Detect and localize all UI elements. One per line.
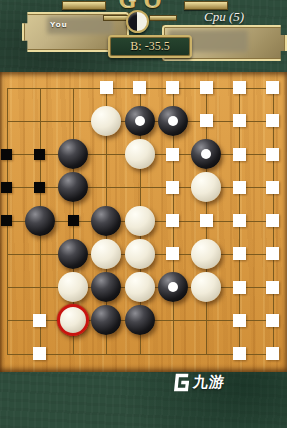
- intersection-H2[interactable]: [223, 304, 256, 337]
- intersection-A4[interactable]: [0, 237, 23, 270]
- intersection-C7[interactable]: [57, 138, 90, 171]
- intersection-J1[interactable]: [256, 337, 287, 370]
- intersection-E1[interactable]: [123, 337, 156, 370]
- intersection-F1[interactable]: [156, 337, 189, 370]
- intersection-A8[interactable]: [0, 104, 23, 137]
- black-territory-marker: [34, 149, 45, 160]
- intersection-C4[interactable]: [57, 237, 90, 270]
- black-stone: [58, 172, 88, 202]
- white-territory-marker: [166, 214, 179, 227]
- black-territory-marker: [68, 215, 79, 226]
- intersection-F3[interactable]: [156, 271, 189, 304]
- intersection-B9[interactable]: [23, 71, 56, 104]
- white-territory-marker: [233, 214, 246, 227]
- intersection-C3[interactable]: [57, 271, 90, 304]
- intersection-A1[interactable]: [0, 337, 23, 370]
- intersection-E4[interactable]: [123, 237, 156, 270]
- white-territory-marker: [33, 314, 46, 327]
- intersection-G9[interactable]: [190, 71, 223, 104]
- intersection-J4[interactable]: [256, 237, 287, 270]
- intersection-A7[interactable]: [0, 138, 23, 171]
- white-territory-marker: [233, 181, 246, 194]
- intersection-D8[interactable]: [90, 104, 123, 137]
- intersection-A5[interactable]: [0, 204, 23, 237]
- intersection-C9[interactable]: [57, 71, 90, 104]
- white-territory-marker: [166, 148, 179, 161]
- intersection-J8[interactable]: [256, 104, 287, 137]
- intersection-B7[interactable]: [23, 138, 56, 171]
- intersection-H6[interactable]: [223, 171, 256, 204]
- intersection-B3[interactable]: [23, 271, 56, 304]
- intersection-A9[interactable]: [0, 71, 23, 104]
- board-grid: [0, 71, 287, 370]
- player-white-name: Cpu (5): [204, 9, 244, 25]
- intersection-D9[interactable]: [90, 71, 123, 104]
- dead-stone-dot-icon: [168, 116, 178, 126]
- dead-black-stone: [125, 106, 155, 136]
- white-territory-marker: [266, 214, 279, 227]
- intersection-J9[interactable]: [256, 71, 287, 104]
- intersection-G5[interactable]: [190, 204, 223, 237]
- intersection-B1[interactable]: [23, 337, 56, 370]
- intersection-G6[interactable]: [190, 171, 223, 204]
- dead-stone-dot-icon: [135, 116, 145, 126]
- intersection-G7[interactable]: [190, 138, 223, 171]
- dead-black-stone: [158, 106, 188, 136]
- intersection-C2[interactable]: [57, 304, 90, 337]
- intersection-E8[interactable]: [123, 104, 156, 137]
- footer: 九游: [0, 372, 287, 428]
- white-stone-last-move: [57, 304, 89, 336]
- white-stone: [191, 172, 221, 202]
- black-stone: [58, 139, 88, 169]
- white-territory-marker: [233, 148, 246, 161]
- white-territory-marker: [266, 314, 279, 327]
- jiuyou-logo-icon: [171, 373, 190, 392]
- player-black-name: You: [50, 20, 68, 29]
- white-territory-marker: [266, 81, 279, 94]
- intersection-F5[interactable]: [156, 204, 189, 237]
- black-stone: [25, 206, 55, 236]
- white-stone: [125, 206, 155, 236]
- intersection-H9[interactable]: [223, 71, 256, 104]
- intersection-E5[interactable]: [123, 204, 156, 237]
- jiuyou-brand: 九游: [171, 373, 226, 392]
- intersection-G1[interactable]: [190, 337, 223, 370]
- intersection-B2[interactable]: [23, 304, 56, 337]
- black-territory-marker: [1, 149, 12, 160]
- white-territory-marker: [100, 81, 113, 94]
- white-territory-marker: [266, 347, 279, 360]
- white-territory-marker: [33, 347, 46, 360]
- white-territory-marker: [200, 81, 213, 94]
- intersection-J2[interactable]: [256, 304, 287, 337]
- intersection-H8[interactable]: [223, 104, 256, 137]
- white-territory-marker: [166, 81, 179, 94]
- intersection-F6[interactable]: [156, 171, 189, 204]
- intersection-A6[interactable]: [0, 171, 23, 204]
- intersection-A3[interactable]: [0, 271, 23, 304]
- intersection-D6[interactable]: [90, 171, 123, 204]
- intersection-G4[interactable]: [190, 237, 223, 270]
- intersection-G8[interactable]: [190, 104, 223, 137]
- intersection-E7[interactable]: [123, 138, 156, 171]
- intersection-D1[interactable]: [90, 337, 123, 370]
- black-territory-marker: [34, 182, 45, 193]
- intersection-B4[interactable]: [23, 237, 56, 270]
- intersection-F9[interactable]: [156, 71, 189, 104]
- black-stone: [58, 239, 88, 269]
- white-territory-marker: [233, 281, 246, 294]
- white-stone: [191, 272, 221, 302]
- white-territory-marker: [233, 247, 246, 260]
- intersection-D2[interactable]: [90, 304, 123, 337]
- white-territory-marker: [233, 314, 246, 327]
- intersection-H1[interactable]: [223, 337, 256, 370]
- white-stone: [125, 272, 155, 302]
- intersection-F4[interactable]: [156, 237, 189, 270]
- intersection-F7[interactable]: [156, 138, 189, 171]
- intersection-E9[interactable]: [123, 71, 156, 104]
- intersection-D3[interactable]: [90, 271, 123, 304]
- white-stone: [125, 139, 155, 169]
- white-territory-marker: [200, 114, 213, 127]
- intersection-J5[interactable]: [256, 204, 287, 237]
- white-territory-marker: [266, 281, 279, 294]
- intersection-J3[interactable]: [256, 271, 287, 304]
- intersection-C8[interactable]: [57, 104, 90, 137]
- white-stone: [191, 239, 221, 269]
- intersection-B6[interactable]: [23, 171, 56, 204]
- intersection-D5[interactable]: [90, 204, 123, 237]
- dead-black-stone: [158, 272, 188, 302]
- intersection-F8[interactable]: [156, 104, 189, 137]
- intersection-D7[interactable]: [90, 138, 123, 171]
- intersection-J7[interactable]: [256, 138, 287, 171]
- white-territory-marker: [233, 114, 246, 127]
- intersection-H3[interactable]: [223, 271, 256, 304]
- white-territory-marker: [266, 114, 279, 127]
- white-stone: [91, 106, 121, 136]
- intersection-F2[interactable]: [156, 304, 189, 337]
- white-territory-marker: [266, 247, 279, 260]
- white-territory-marker: [266, 181, 279, 194]
- white-stone: [91, 239, 121, 269]
- header: GO You Cpu (5) B: -35.5: [0, 0, 287, 72]
- black-stone: [91, 272, 121, 302]
- jiuyou-brand-text: 九游: [192, 373, 226, 392]
- yin-yang-stone-icon: [126, 10, 149, 33]
- intersection-E6[interactable]: [123, 171, 156, 204]
- intersection-H5[interactable]: [223, 204, 256, 237]
- score-text: B: -35.5: [130, 39, 169, 54]
- intersection-A2[interactable]: [0, 304, 23, 337]
- black-territory-marker: [1, 182, 12, 193]
- intersection-G3[interactable]: [190, 271, 223, 304]
- white-territory-marker: [233, 347, 246, 360]
- intersection-B5[interactable]: [23, 204, 56, 237]
- white-territory-marker: [200, 214, 213, 227]
- intersection-C6[interactable]: [57, 171, 90, 204]
- black-stone: [91, 305, 121, 335]
- gold-rail-right: [149, 15, 177, 21]
- white-territory-marker: [133, 81, 146, 94]
- white-territory-marker: [233, 81, 246, 94]
- intersection-H7[interactable]: [223, 138, 256, 171]
- intersection-C1[interactable]: [57, 337, 90, 370]
- intersection-B8[interactable]: [23, 104, 56, 137]
- go-board: [0, 72, 287, 372]
- intersection-D4[interactable]: [90, 237, 123, 270]
- white-stone: [125, 239, 155, 269]
- intersection-E3[interactable]: [123, 271, 156, 304]
- black-stone: [91, 206, 121, 236]
- white-territory-marker: [266, 148, 279, 161]
- dead-black-stone: [191, 139, 221, 169]
- dead-stone-dot-icon: [201, 149, 211, 159]
- app-screen: GO You Cpu (5) B: -35.5 九游: [0, 0, 287, 428]
- intersection-C5[interactable]: [57, 204, 90, 237]
- dead-stone-dot-icon: [168, 282, 178, 292]
- white-territory-marker: [166, 181, 179, 194]
- black-territory-marker: [1, 215, 12, 226]
- white-stone: [58, 272, 88, 302]
- intersection-H4[interactable]: [223, 237, 256, 270]
- white-territory-marker: [166, 247, 179, 260]
- black-stone: [125, 305, 155, 335]
- intersection-E2[interactable]: [123, 304, 156, 337]
- score-plaque: B: -35.5: [108, 35, 192, 58]
- intersection-J6[interactable]: [256, 171, 287, 204]
- intersection-G2[interactable]: [190, 304, 223, 337]
